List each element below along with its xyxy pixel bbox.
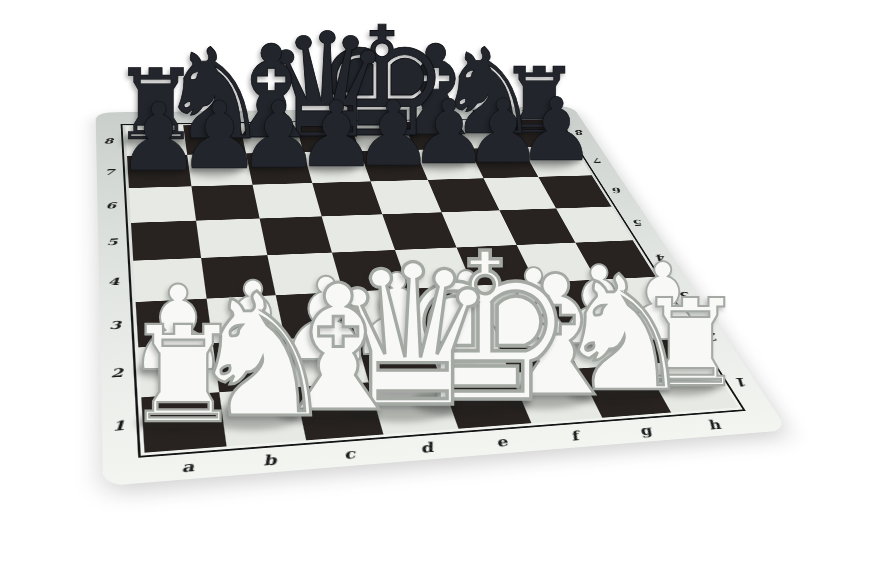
file-label-top-c: c: [254, 112, 277, 121]
file-label-top-h: h: [515, 108, 538, 116]
file-label-bottom-h: h: [696, 416, 731, 434]
file-label-top-b: b: [199, 112, 222, 121]
square-a3: [136, 299, 213, 348]
file-label-top-d: d: [309, 111, 332, 120]
file-label-bottom-f: f: [557, 427, 592, 446]
square-b8: [183, 124, 246, 154]
square-a8: [125, 125, 187, 156]
chess-mat: 88aa77bb66cc55dd44ee33ff22gg11hh: [96, 106, 788, 486]
square-a2: [138, 343, 219, 397]
square-c3: [276, 292, 356, 339]
square-c4: [267, 253, 343, 296]
file-label-bottom-g: g: [628, 421, 663, 440]
square-b1: [219, 387, 306, 446]
square-d8: [295, 123, 359, 152]
rank-label-left-2: 2: [102, 365, 132, 382]
square-a6: [129, 186, 196, 223]
square-c5: [260, 216, 332, 255]
board-stage: 88aa77bb66cc55dd44ee33ff22gg11hh: [74, 0, 716, 571]
file-label-bottom-d: d: [410, 438, 444, 458]
square-b5: [196, 218, 267, 257]
square-b2: [213, 339, 295, 392]
file-label-bottom-a: a: [171, 456, 204, 477]
file-label-bottom-e: e: [484, 432, 518, 451]
square-c8: [240, 124, 304, 154]
board-grid: [121, 117, 746, 457]
file-label-top-g: g: [465, 109, 488, 117]
file-label-bottom-c: c: [332, 444, 366, 464]
square-c6: [253, 183, 322, 218]
rank-label-left-7: 7: [98, 167, 122, 178]
square-a1: [141, 392, 226, 452]
square-c2: [285, 335, 369, 387]
rank-label-left-6: 6: [98, 200, 123, 212]
board-tilt: 88aa77bb66cc55dd44ee33ff22gg11hh: [96, 106, 788, 486]
chessboard-photo: 88aa77bb66cc55dd44ee33ff22gg11hh ♜♞♝♚♛♝♞…: [0, 0, 870, 572]
file-label-top-f: f: [414, 109, 437, 117]
square-b3: [207, 295, 285, 343]
square-a7: [127, 155, 191, 188]
file-label-bottom-b: b: [253, 450, 286, 471]
square-b7: [187, 153, 252, 186]
square-a5: [131, 221, 201, 261]
square-b4: [201, 255, 276, 298]
rank-label-left-8: 8: [97, 136, 120, 146]
rank-label-right-8: 8: [568, 128, 592, 137]
file-label-top-e: e: [362, 110, 385, 119]
square-a4: [133, 258, 206, 302]
square-b6: [191, 185, 259, 221]
rank-label-left-1: 1: [103, 416, 134, 436]
file-label-top-a: a: [142, 113, 164, 122]
rank-label-left-3: 3: [101, 318, 129, 334]
square-c7: [246, 152, 312, 184]
rank-label-left-4: 4: [100, 275, 127, 289]
rank-label-left-5: 5: [99, 236, 125, 249]
